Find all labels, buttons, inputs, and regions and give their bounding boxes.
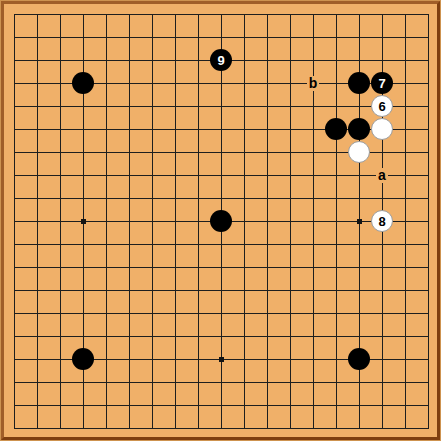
move-number: 9 bbox=[217, 54, 224, 67]
black-stone bbox=[348, 72, 370, 94]
move-number: 8 bbox=[378, 215, 385, 228]
black-stone bbox=[72, 348, 94, 370]
white-stone-move-8: 8 bbox=[371, 210, 393, 232]
point-label-a: a bbox=[376, 168, 388, 183]
white-stone-move-6: 6 bbox=[371, 95, 393, 117]
hoshi-marker bbox=[81, 219, 86, 224]
go-board-diagram: 9768ab bbox=[0, 0, 441, 441]
point-label-b: b bbox=[307, 76, 320, 91]
white-stone bbox=[371, 118, 393, 140]
move-number: 7 bbox=[378, 77, 385, 90]
white-stone bbox=[348, 141, 370, 163]
black-stone bbox=[348, 118, 370, 140]
black-stone bbox=[325, 118, 347, 140]
black-stone bbox=[210, 210, 232, 232]
black-stone bbox=[72, 72, 94, 94]
black-stone bbox=[348, 348, 370, 370]
hoshi-marker bbox=[219, 357, 224, 362]
black-stone-move-9: 9 bbox=[210, 49, 232, 71]
go-grid: 9768ab bbox=[3, 3, 440, 440]
move-number: 6 bbox=[378, 100, 385, 113]
black-stone-move-7: 7 bbox=[371, 72, 393, 94]
hoshi-marker bbox=[357, 219, 362, 224]
